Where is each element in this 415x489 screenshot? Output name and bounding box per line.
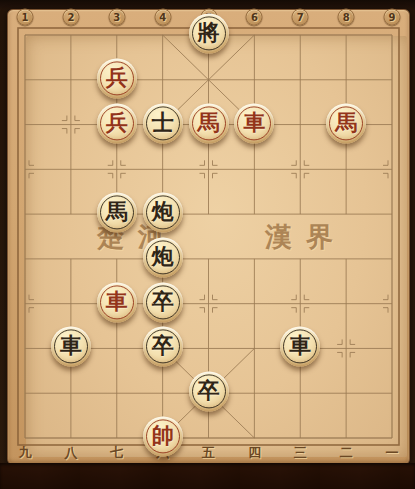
top-coordinate-6: 6	[246, 9, 263, 26]
piece-black-chariot[interactable]: 車	[51, 327, 91, 367]
bottom-coordinate-二: 二	[340, 444, 353, 462]
piece-glyph: 兵	[106, 111, 128, 133]
piece-glyph: 炮	[152, 201, 174, 223]
top-coordinate-8: 8	[338, 9, 355, 26]
river-text-right: 漢界	[251, 219, 347, 255]
piece-glyph: 卒	[152, 290, 174, 312]
piece-glyph: 士	[152, 111, 174, 133]
piece-red-chariot[interactable]: 車	[234, 103, 274, 143]
piece-black-cannon[interactable]: 炮	[143, 237, 183, 277]
piece-glyph: 車	[289, 335, 311, 357]
bottom-coordinate-七: 七	[110, 444, 123, 462]
piece-glyph: 馬	[106, 201, 128, 223]
top-coordinate-7: 7	[292, 9, 309, 26]
piece-black-soldier[interactable]: 卒	[189, 372, 229, 412]
piece-glyph: 將	[198, 21, 220, 43]
piece-glyph: 車	[243, 111, 265, 133]
piece-black-general[interactable]: 將	[189, 13, 229, 53]
piece-glyph: 車	[60, 335, 82, 357]
bottom-coordinate-四: 四	[248, 444, 261, 462]
piece-glyph: 馬	[198, 111, 220, 133]
top-coordinate-4: 4	[154, 9, 171, 26]
piece-glyph: 帥	[152, 424, 174, 446]
table-wood-edge	[0, 463, 415, 489]
bottom-coordinate-一: 一	[386, 444, 399, 462]
piece-red-horse[interactable]: 馬	[189, 103, 229, 143]
bottom-coordinate-三: 三	[294, 444, 307, 462]
piece-black-soldier[interactable]: 卒	[143, 327, 183, 367]
bottom-coordinate-八: 八	[64, 444, 77, 462]
piece-red-soldier[interactable]: 兵	[97, 58, 137, 98]
piece-black-cannon[interactable]: 炮	[143, 193, 183, 233]
piece-red-chariot[interactable]: 車	[97, 282, 137, 322]
piece-black-advisor[interactable]: 士	[143, 103, 183, 143]
top-coordinate-9: 9	[384, 9, 401, 26]
piece-black-soldier[interactable]: 卒	[143, 282, 183, 322]
board-grid	[0, 0, 415, 489]
top-coordinate-1: 1	[17, 9, 34, 26]
bottom-coordinate-五: 五	[202, 444, 215, 462]
piece-glyph: 炮	[152, 245, 174, 267]
bottom-coordinate-九: 九	[19, 444, 32, 462]
piece-glyph: 卒	[198, 380, 220, 402]
xiangqi-app: 楚河 漢界 123456789 九八七六五四三二一 將兵兵士馬車馬馬炮炮車卒車卒…	[0, 0, 415, 489]
piece-glyph: 車	[106, 290, 128, 312]
top-coordinate-3: 3	[108, 9, 125, 26]
piece-black-horse[interactable]: 馬	[97, 193, 137, 233]
piece-red-general[interactable]: 帥	[143, 416, 183, 456]
piece-red-horse[interactable]: 馬	[326, 103, 366, 143]
piece-glyph: 馬	[335, 111, 357, 133]
piece-black-chariot[interactable]: 車	[280, 327, 320, 367]
piece-red-soldier[interactable]: 兵	[97, 103, 137, 143]
top-coordinate-2: 2	[62, 9, 79, 26]
piece-glyph: 卒	[152, 335, 174, 357]
piece-glyph: 兵	[106, 66, 128, 88]
